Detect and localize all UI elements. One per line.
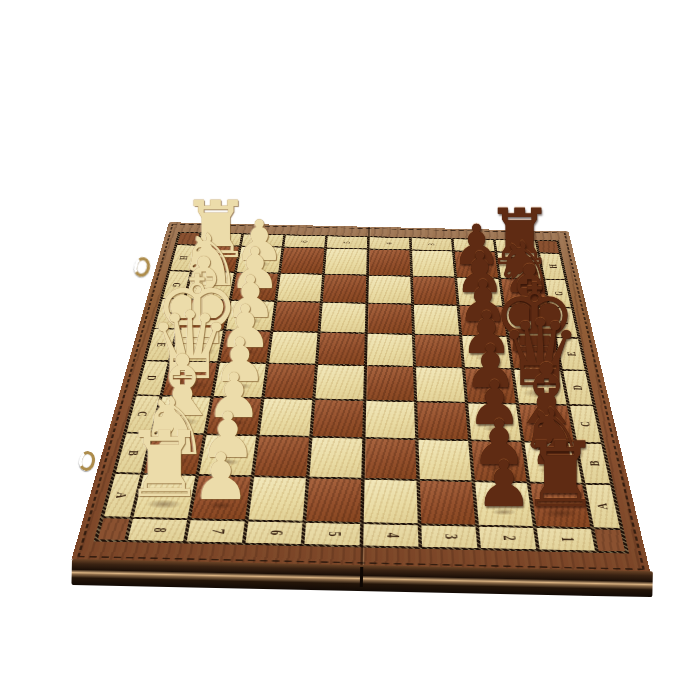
piece-black-rook[interactable]: ♜ bbox=[520, 431, 600, 521]
product-photo-stage: 87654321HHGGFFEEDDCCBBAA87654321 ♜♟♟♜♞♟♟… bbox=[0, 0, 700, 700]
piece-white-pawn[interactable]: ♟ bbox=[192, 446, 250, 511]
pieces-layer: ♜♟♟♜♞♟♟♞♝♟♟♝♚♟♟♚♛♟♟♛♝♟♟♝♞♟♟♞♜♟♟♜ bbox=[0, 0, 700, 700]
